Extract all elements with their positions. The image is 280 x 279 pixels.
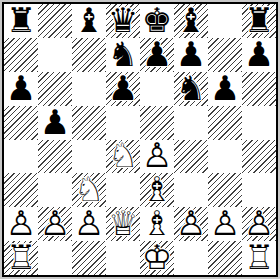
square-f1[interactable]	[174, 241, 208, 275]
square-e2[interactable]: ♝♗	[140, 207, 174, 241]
square-c4[interactable]	[72, 140, 106, 174]
black-bishop-f8[interactable]: ♝	[174, 4, 208, 38]
white-pawn-b2[interactable]: ♟♙	[38, 207, 72, 241]
square-h1[interactable]: ♜♖	[242, 241, 276, 275]
square-a2[interactable]: ♟♙	[4, 207, 38, 241]
black-pawn-d6[interactable]: ♟	[106, 72, 140, 106]
square-e7[interactable]: ♟	[140, 38, 174, 72]
white-rook-glyph-fill: ♜	[244, 240, 274, 274]
black-knight-glyph: ♞	[176, 71, 206, 105]
square-h3[interactable]	[242, 173, 276, 207]
white-bishop-glyph: ♗	[142, 173, 172, 207]
white-bishop-glyph: ♗	[142, 207, 172, 241]
black-bishop-c8[interactable]: ♝	[72, 4, 106, 38]
white-king-glyph: ♔	[142, 240, 172, 274]
white-pawn-glyph: ♙	[6, 207, 36, 241]
white-queen-glyph: ♕	[108, 207, 138, 241]
white-pawn-glyph: ♙	[40, 207, 70, 241]
square-g7[interactable]	[208, 38, 242, 72]
square-g3[interactable]	[208, 173, 242, 207]
square-g1[interactable]	[208, 241, 242, 275]
black-rook-a8[interactable]: ♜	[4, 4, 38, 38]
white-pawn-glyph-fill: ♟	[6, 207, 36, 241]
square-b5[interactable]: ♟	[38, 106, 72, 140]
square-f5[interactable]	[174, 106, 208, 140]
white-pawn-h2[interactable]: ♟♙	[242, 207, 276, 241]
square-d1[interactable]	[106, 241, 140, 275]
white-pawn-glyph-fill: ♟	[210, 207, 240, 241]
black-queen-glyph: ♛	[108, 3, 138, 37]
black-knight-f6[interactable]: ♞	[174, 72, 208, 106]
square-b4[interactable]	[38, 140, 72, 174]
white-knight-c3[interactable]: ♞♘	[72, 173, 106, 207]
square-a6[interactable]: ♟	[4, 72, 38, 106]
square-f2[interactable]: ♟♙	[174, 207, 208, 241]
black-queen-d8[interactable]: ♛	[106, 4, 140, 38]
black-bishop-glyph: ♝	[176, 3, 206, 37]
square-a7[interactable]	[4, 38, 38, 72]
white-bishop-glyph-fill: ♝	[142, 207, 172, 241]
square-f3[interactable]	[174, 173, 208, 207]
square-c5[interactable]	[72, 106, 106, 140]
black-pawn-a6[interactable]: ♟	[4, 72, 38, 106]
white-pawn-a2[interactable]: ♟♙	[4, 207, 38, 241]
black-pawn-b5[interactable]: ♟	[38, 106, 72, 140]
white-pawn-glyph-fill: ♟	[244, 207, 274, 241]
black-pawn-glyph: ♟	[40, 105, 70, 139]
square-h8[interactable]: ♜	[242, 4, 276, 38]
white-knight-d4[interactable]: ♞♘	[106, 140, 140, 174]
white-pawn-glyph-fill: ♟	[176, 207, 206, 241]
square-b3[interactable]	[38, 173, 72, 207]
black-rook-h8[interactable]: ♜	[242, 4, 276, 38]
square-d8[interactable]: ♛	[106, 4, 140, 38]
black-pawn-glyph: ♟	[108, 71, 138, 105]
square-f4[interactable]	[174, 140, 208, 174]
square-a3[interactable]	[4, 173, 38, 207]
square-h2[interactable]: ♟♙	[242, 207, 276, 241]
white-rook-glyph: ♖	[244, 240, 274, 274]
square-d4[interactable]: ♞♘	[106, 140, 140, 174]
square-a1[interactable]: ♜♖	[4, 241, 38, 275]
white-king-e1[interactable]: ♚♔	[140, 241, 174, 275]
square-b8[interactable]	[38, 4, 72, 38]
white-pawn-e4[interactable]: ♟♙	[140, 140, 174, 174]
square-e5[interactable]	[140, 106, 174, 140]
square-b1[interactable]	[38, 241, 72, 275]
black-rook-glyph: ♜	[6, 3, 36, 37]
black-knight-d7[interactable]: ♞	[106, 38, 140, 72]
white-knight-glyph-fill: ♞	[108, 139, 138, 173]
square-c3[interactable]: ♞♘	[72, 173, 106, 207]
white-pawn-g2[interactable]: ♟♙	[208, 207, 242, 241]
black-pawn-glyph: ♟	[210, 71, 240, 105]
square-c6[interactable]	[72, 72, 106, 106]
white-knight-glyph: ♘	[74, 173, 104, 207]
white-queen-glyph-fill: ♛	[108, 207, 138, 241]
square-h4[interactable]	[242, 140, 276, 174]
black-pawn-glyph: ♟	[6, 71, 36, 105]
chess-board: ♜♝♛♚♝♜♞♟♟♟♟♟♞♟♟♞♘♟♙♞♘♝♗♟♙♟♙♟♙♛♕♝♗♟♙♟♙♟♙♜…	[4, 4, 276, 275]
white-pawn-glyph-fill: ♟	[74, 207, 104, 241]
black-pawn-glyph: ♟	[244, 37, 274, 71]
square-f7[interactable]: ♟	[174, 38, 208, 72]
white-pawn-glyph: ♙	[74, 207, 104, 241]
white-rook-glyph: ♖	[6, 240, 36, 274]
white-bishop-e3[interactable]: ♝♗	[140, 173, 174, 207]
board-frame: ♜♝♛♚♝♜♞♟♟♟♟♟♞♟♟♞♘♟♙♞♘♝♗♟♙♟♙♟♙♛♕♝♗♟♙♟♙♟♙♜…	[2, 2, 278, 277]
square-d6[interactable]: ♟	[106, 72, 140, 106]
square-c2[interactable]: ♟♙	[72, 207, 106, 241]
square-d2[interactable]: ♛♕	[106, 207, 140, 241]
square-e6[interactable]	[140, 72, 174, 106]
square-e4[interactable]: ♟♙	[140, 140, 174, 174]
black-king-glyph: ♚	[142, 3, 172, 37]
white-pawn-f2[interactable]: ♟♙	[174, 207, 208, 241]
white-pawn-glyph: ♙	[176, 207, 206, 241]
square-h5[interactable]	[242, 106, 276, 140]
square-e3[interactable]: ♝♗	[140, 173, 174, 207]
white-pawn-glyph: ♙	[142, 139, 172, 173]
square-d7[interactable]: ♞	[106, 38, 140, 72]
square-c7[interactable]	[72, 38, 106, 72]
white-pawn-c2[interactable]: ♟♙	[72, 207, 106, 241]
square-b6[interactable]	[38, 72, 72, 106]
black-pawn-h7[interactable]: ♟	[242, 38, 276, 72]
square-d5[interactable]	[106, 106, 140, 140]
white-rook-glyph-fill: ♜	[6, 240, 36, 274]
black-pawn-e7[interactable]: ♟	[140, 38, 174, 72]
square-h6[interactable]	[242, 72, 276, 106]
white-rook-a1[interactable]: ♜♖	[4, 241, 38, 275]
square-d3[interactable]	[106, 173, 140, 207]
white-rook-h1[interactable]: ♜♖	[242, 241, 276, 275]
square-f8[interactable]: ♝	[174, 4, 208, 38]
white-bishop-glyph-fill: ♝	[142, 173, 172, 207]
white-knight-glyph: ♘	[108, 139, 138, 173]
white-pawn-glyph-fill: ♟	[142, 139, 172, 173]
white-king-glyph-fill: ♚	[142, 240, 172, 274]
square-a8[interactable]: ♜	[4, 4, 38, 38]
white-pawn-glyph-fill: ♟	[40, 207, 70, 241]
square-e8[interactable]: ♚	[140, 4, 174, 38]
square-a4[interactable]	[4, 140, 38, 174]
square-g8[interactable]	[208, 4, 242, 38]
black-pawn-glyph: ♟	[176, 37, 206, 71]
square-c1[interactable]	[72, 241, 106, 275]
square-e1[interactable]: ♚♔	[140, 241, 174, 275]
square-g5[interactable]	[208, 106, 242, 140]
chess-diagram: ♜♝♛♚♝♜♞♟♟♟♟♟♞♟♟♞♘♟♙♞♘♝♗♟♙♟♙♟♙♛♕♝♗♟♙♟♙♟♙♜…	[0, 0, 280, 279]
white-bishop-e2[interactable]: ♝♗	[140, 207, 174, 241]
square-g6[interactable]: ♟	[208, 72, 242, 106]
square-h7[interactable]: ♟	[242, 38, 276, 72]
white-knight-glyph-fill: ♞	[74, 173, 104, 207]
black-pawn-glyph: ♟	[142, 37, 172, 71]
square-c8[interactable]: ♝	[72, 4, 106, 38]
square-f6[interactable]: ♞	[174, 72, 208, 106]
square-a5[interactable]	[4, 106, 38, 140]
white-pawn-glyph: ♙	[244, 207, 274, 241]
black-bishop-glyph: ♝	[74, 3, 104, 37]
black-knight-glyph: ♞	[108, 37, 138, 71]
black-pawn-f7[interactable]: ♟	[174, 38, 208, 72]
square-g2[interactable]: ♟♙	[208, 207, 242, 241]
black-king-e8[interactable]: ♚	[140, 4, 174, 38]
black-pawn-g6[interactable]: ♟	[208, 72, 242, 106]
square-b2[interactable]: ♟♙	[38, 207, 72, 241]
square-b7[interactable]	[38, 38, 72, 72]
white-queen-d2[interactable]: ♛♕	[106, 207, 140, 241]
black-rook-glyph: ♜	[244, 3, 274, 37]
white-pawn-glyph: ♙	[210, 207, 240, 241]
square-g4[interactable]	[208, 140, 242, 174]
